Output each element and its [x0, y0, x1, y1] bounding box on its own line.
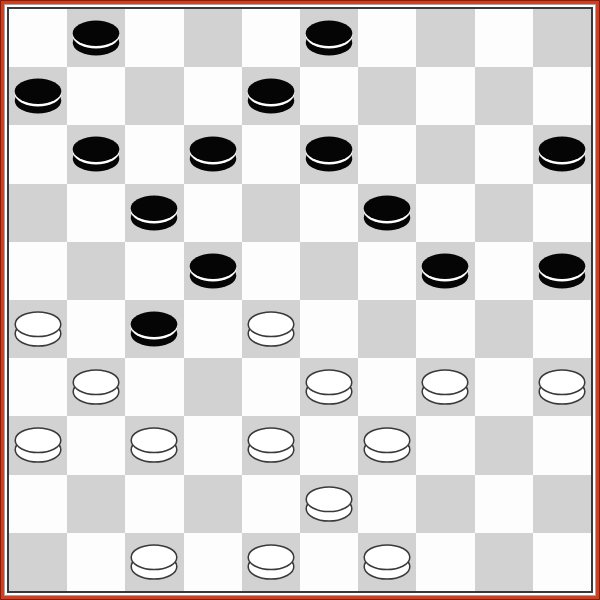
square-dark[interactable] — [475, 300, 533, 358]
black-man[interactable] — [420, 252, 470, 290]
square-dark[interactable] — [184, 9, 242, 67]
square-light — [300, 184, 358, 242]
square-dark[interactable] — [125, 533, 183, 591]
white-man[interactable] — [13, 426, 63, 464]
square-dark[interactable] — [184, 358, 242, 416]
square-light — [533, 184, 591, 242]
square-dark[interactable] — [416, 9, 474, 67]
square-light — [125, 242, 183, 300]
square-dark[interactable] — [67, 358, 125, 416]
square-light — [300, 300, 358, 358]
square-light — [300, 67, 358, 125]
white-man[interactable] — [13, 310, 63, 348]
square-light — [358, 242, 416, 300]
square-dark[interactable] — [358, 416, 416, 474]
square-light — [300, 533, 358, 591]
black-man[interactable] — [304, 135, 354, 173]
square-dark[interactable] — [358, 67, 416, 125]
square-dark[interactable] — [184, 475, 242, 533]
white-man[interactable] — [304, 485, 354, 523]
square-dark[interactable] — [9, 416, 67, 474]
square-light — [242, 358, 300, 416]
square-light — [475, 125, 533, 183]
black-man[interactable] — [13, 77, 63, 115]
black-man[interactable] — [129, 310, 179, 348]
square-light — [184, 184, 242, 242]
square-dark[interactable] — [9, 67, 67, 125]
square-light — [416, 533, 474, 591]
square-dark[interactable] — [67, 125, 125, 183]
square-dark[interactable] — [242, 416, 300, 474]
square-light — [9, 475, 67, 533]
white-man[interactable] — [129, 543, 179, 581]
black-man[interactable] — [71, 19, 121, 57]
square-light — [416, 67, 474, 125]
square-dark[interactable] — [67, 9, 125, 67]
square-dark[interactable] — [9, 533, 67, 591]
square-dark[interactable] — [125, 67, 183, 125]
white-man[interactable] — [537, 368, 587, 406]
square-dark[interactable] — [9, 300, 67, 358]
square-light — [416, 184, 474, 242]
square-dark[interactable] — [125, 184, 183, 242]
square-light — [125, 358, 183, 416]
square-dark[interactable] — [533, 9, 591, 67]
square-light — [358, 358, 416, 416]
square-light — [416, 300, 474, 358]
square-light — [184, 416, 242, 474]
black-man[interactable] — [188, 135, 238, 173]
square-dark[interactable] — [475, 416, 533, 474]
square-dark[interactable] — [416, 358, 474, 416]
white-man[interactable] — [246, 310, 296, 348]
square-dark[interactable] — [475, 184, 533, 242]
square-dark[interactable] — [533, 125, 591, 183]
black-man[interactable] — [537, 135, 587, 173]
square-dark[interactable] — [242, 67, 300, 125]
white-man[interactable] — [420, 368, 470, 406]
square-light — [9, 242, 67, 300]
black-man[interactable] — [362, 194, 412, 232]
white-man[interactable] — [71, 368, 121, 406]
black-man[interactable] — [304, 19, 354, 57]
square-dark[interactable] — [358, 533, 416, 591]
square-dark[interactable] — [533, 242, 591, 300]
square-light — [125, 475, 183, 533]
square-dark[interactable] — [300, 358, 358, 416]
square-dark[interactable] — [358, 300, 416, 358]
square-dark[interactable] — [125, 300, 183, 358]
square-dark[interactable] — [533, 475, 591, 533]
square-dark[interactable] — [475, 67, 533, 125]
square-light — [242, 9, 300, 67]
square-light — [358, 475, 416, 533]
square-dark[interactable] — [184, 125, 242, 183]
square-light — [125, 125, 183, 183]
black-man[interactable] — [129, 194, 179, 232]
square-dark[interactable] — [242, 533, 300, 591]
square-dark[interactable] — [300, 242, 358, 300]
square-light — [184, 300, 242, 358]
white-man[interactable] — [129, 426, 179, 464]
black-man[interactable] — [537, 252, 587, 290]
black-man[interactable] — [188, 252, 238, 290]
square-light — [242, 125, 300, 183]
square-light — [533, 300, 591, 358]
square-dark[interactable] — [67, 242, 125, 300]
square-light — [184, 67, 242, 125]
square-light — [416, 416, 474, 474]
square-dark[interactable] — [416, 242, 474, 300]
square-dark[interactable] — [416, 475, 474, 533]
square-dark[interactable] — [242, 300, 300, 358]
square-dark[interactable] — [358, 184, 416, 242]
square-light — [475, 475, 533, 533]
square-light — [358, 125, 416, 183]
white-man[interactable] — [362, 543, 412, 581]
square-light — [475, 242, 533, 300]
black-man[interactable] — [71, 135, 121, 173]
board-frame-inner — [7, 7, 593, 593]
white-man[interactable] — [304, 368, 354, 406]
square-dark[interactable] — [242, 184, 300, 242]
square-light — [533, 533, 591, 591]
square-dark[interactable] — [533, 358, 591, 416]
square-dark[interactable] — [184, 242, 242, 300]
square-dark[interactable] — [300, 475, 358, 533]
square-dark[interactable] — [67, 475, 125, 533]
square-dark[interactable] — [300, 9, 358, 67]
square-light — [9, 358, 67, 416]
board — [9, 9, 591, 591]
square-light — [475, 358, 533, 416]
square-light — [242, 475, 300, 533]
black-man[interactable] — [246, 77, 296, 115]
white-man[interactable] — [246, 543, 296, 581]
square-light — [67, 533, 125, 591]
square-light — [242, 242, 300, 300]
square-light — [67, 300, 125, 358]
square-light — [358, 9, 416, 67]
square-dark[interactable] — [416, 125, 474, 183]
square-light — [67, 184, 125, 242]
board-frame-outer — [0, 0, 600, 600]
square-light — [9, 125, 67, 183]
square-dark[interactable] — [9, 184, 67, 242]
square-dark[interactable] — [300, 125, 358, 183]
square-light — [300, 416, 358, 474]
square-light — [67, 67, 125, 125]
white-man[interactable] — [362, 426, 412, 464]
square-dark[interactable] — [125, 416, 183, 474]
square-light — [475, 9, 533, 67]
square-light — [9, 9, 67, 67]
board-frame-mid — [4, 4, 596, 596]
square-light — [184, 533, 242, 591]
white-man[interactable] — [246, 426, 296, 464]
square-light — [533, 67, 591, 125]
square-light — [67, 416, 125, 474]
square-light — [125, 9, 183, 67]
square-dark[interactable] — [475, 533, 533, 591]
square-light — [533, 416, 591, 474]
